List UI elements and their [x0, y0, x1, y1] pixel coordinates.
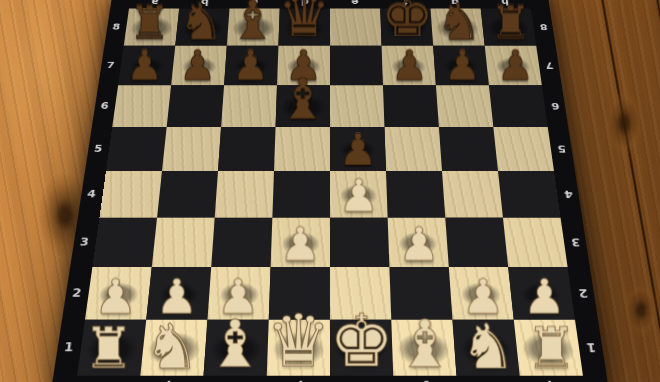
rank-label-right-3: 3	[567, 237, 583, 248]
square-e8[interactable]	[330, 8, 382, 45]
square-b3[interactable]	[152, 218, 215, 267]
square-e1[interactable]: ♚	[330, 320, 393, 376]
rank-label-right-2: 2	[575, 287, 592, 298]
rank-label-left-6: 6	[97, 101, 112, 110]
square-b6[interactable]	[167, 85, 224, 127]
piece-black-rook-a8[interactable]: ♜	[129, 2, 170, 46]
piece-white-king-e1[interactable]: ♚	[329, 307, 394, 376]
square-c4[interactable]	[215, 171, 274, 218]
square-c3[interactable]	[211, 218, 272, 267]
piece-white-rook-a1[interactable]: ♜	[83, 322, 134, 376]
square-h6[interactable]	[489, 85, 548, 127]
square-g5[interactable]	[439, 127, 498, 171]
board-perspective-wrap: 8877665544332211aabbccddeeffgghh ♜♞♝♛♚♞♜…	[0, 0, 660, 362]
piece-white-pawn-f3[interactable]: ♟	[398, 223, 440, 267]
piece-white-rook-h1[interactable]: ♜	[526, 322, 577, 376]
square-b1[interactable]: ♞	[140, 320, 207, 376]
square-g6[interactable]	[436, 85, 493, 127]
rank-label-right-7: 7	[542, 61, 556, 69]
rank-label-right-1: 1	[583, 341, 600, 353]
square-f1[interactable]: ♝	[391, 320, 456, 376]
piece-black-rook-h8[interactable]: ♜	[490, 2, 531, 46]
piece-white-queen-d1[interactable]: ♛	[266, 307, 331, 376]
square-c6[interactable]	[221, 85, 277, 127]
piece-black-pawn-h7[interactable]: ♟	[497, 46, 534, 86]
piece-black-bishop-c8[interactable]: ♝	[229, 0, 277, 46]
square-d4[interactable]	[272, 171, 330, 218]
square-a2[interactable]: ♟	[85, 267, 152, 320]
piece-black-pawn-b7[interactable]: ♟	[179, 46, 216, 86]
square-a4[interactable]	[99, 171, 162, 218]
square-a3[interactable]	[92, 218, 157, 267]
square-a6[interactable]	[112, 85, 171, 127]
rank-label-left-3: 3	[76, 237, 92, 248]
square-a7[interactable]: ♟	[118, 46, 175, 85]
file-label-top-e: e	[349, 0, 362, 6]
square-f6[interactable]	[383, 85, 439, 127]
piece-black-knight-b8[interactable]: ♞	[178, 0, 223, 46]
piece-black-pawn-e5[interactable]: ♟	[338, 129, 377, 171]
square-h5[interactable]	[493, 127, 554, 171]
rank-label-left-4: 4	[84, 189, 100, 199]
square-e3[interactable]	[330, 218, 389, 267]
piece-black-pawn-f7[interactable]: ♟	[391, 46, 428, 86]
rank-label-left-2: 2	[68, 287, 85, 298]
rank-label-right-5: 5	[554, 144, 569, 153]
square-b7[interactable]: ♟	[171, 46, 227, 85]
piece-white-bishop-f1[interactable]: ♝	[395, 313, 454, 375]
square-d1[interactable]: ♛	[267, 320, 330, 376]
piece-black-knight-g8[interactable]: ♞	[436, 0, 481, 46]
square-f4[interactable]	[386, 171, 445, 218]
piece-black-pawn-g7[interactable]: ♟	[444, 46, 481, 86]
piece-white-pawn-e4[interactable]: ♟	[339, 175, 380, 218]
square-h3[interactable]	[503, 218, 568, 267]
square-g1[interactable]: ♞	[453, 320, 520, 376]
square-g3[interactable]	[445, 218, 508, 267]
piece-black-queen-d8[interactable]: ♛	[278, 0, 331, 46]
rank-label-left-8: 8	[109, 23, 123, 31]
piece-black-bishop-d6[interactable]: ♝	[278, 73, 329, 127]
square-e6[interactable]	[330, 85, 384, 127]
rank-label-left-7: 7	[104, 61, 118, 69]
square-a5[interactable]	[106, 127, 167, 171]
chessboard: 8877665544332211aabbccddeeffgghh ♜♞♝♛♚♞♜…	[50, 0, 610, 382]
square-a1[interactable]: ♜	[77, 320, 146, 376]
table-background: 8877665544332211aabbccddeeffgghh ♜♞♝♛♚♞♜…	[0, 0, 660, 382]
square-e5[interactable]: ♟	[330, 127, 386, 171]
piece-white-knight-g1[interactable]: ♞	[460, 317, 516, 376]
square-f5[interactable]	[384, 127, 442, 171]
square-b5[interactable]	[162, 127, 221, 171]
square-d3[interactable]: ♟	[271, 218, 330, 267]
square-c1[interactable]: ♝	[204, 320, 269, 376]
square-e7[interactable]	[330, 46, 383, 85]
square-h1[interactable]: ♜	[514, 320, 583, 376]
square-d6[interactable]: ♝	[276, 85, 330, 127]
piece-white-knight-b1[interactable]: ♞	[144, 317, 200, 376]
square-b4[interactable]	[157, 171, 218, 218]
piece-white-bishop-c1[interactable]: ♝	[206, 313, 265, 375]
square-f3[interactable]: ♟	[388, 218, 449, 267]
square-d5[interactable]	[274, 127, 330, 171]
square-c5[interactable]	[218, 127, 276, 171]
piece-white-pawn-h2[interactable]: ♟	[523, 274, 566, 320]
square-h2[interactable]: ♟	[508, 267, 575, 320]
square-g7[interactable]: ♟	[433, 46, 489, 85]
piece-black-pawn-a7[interactable]: ♟	[126, 46, 163, 86]
rank-label-left-1: 1	[60, 341, 77, 353]
rank-label-right-8: 8	[537, 23, 551, 31]
piece-white-pawn-d3[interactable]: ♟	[279, 223, 321, 267]
board-grid: ♜♞♝♛♚♞♜♟♟♟♟♟♟♟♝♟♟♟♟♟♟♟♟♟♜♞♝♛♚♝♞♜	[77, 8, 583, 375]
rank-label-right-4: 4	[561, 189, 577, 199]
square-h4[interactable]	[498, 171, 561, 218]
piece-white-pawn-a2[interactable]: ♟	[94, 274, 137, 320]
square-c7[interactable]: ♟	[224, 46, 278, 85]
square-f7[interactable]: ♟	[382, 46, 436, 85]
square-e4[interactable]: ♟	[330, 171, 388, 218]
square-g4[interactable]	[442, 171, 503, 218]
piece-black-king-f8[interactable]: ♚	[381, 0, 434, 46]
rank-label-right-6: 6	[548, 101, 563, 110]
rank-label-left-5: 5	[91, 144, 106, 153]
square-h7[interactable]: ♟	[485, 46, 542, 85]
piece-black-pawn-c7[interactable]: ♟	[232, 46, 269, 86]
